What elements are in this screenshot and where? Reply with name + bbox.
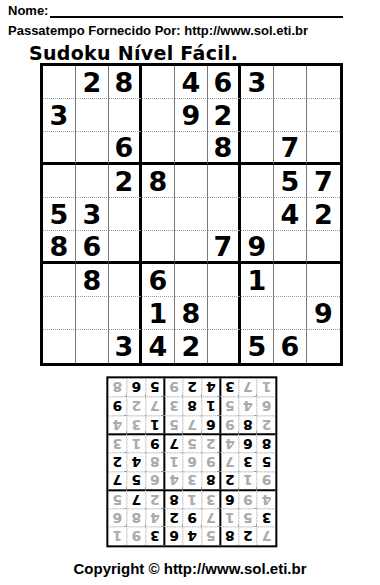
puzzle-cell-r1c7: 3 — [241, 66, 274, 99]
puzzle-cell-r1c9 — [307, 66, 340, 99]
puzzle-cell-r4c6 — [208, 165, 241, 198]
puzzle-cell-r1c1 — [43, 66, 76, 99]
puzzle-cell-r5c6 — [208, 198, 241, 231]
solution-cell-r3c1: 4 — [257, 490, 276, 509]
puzzle-cell-r2c8 — [274, 99, 307, 132]
puzzle-cell-r9c9 — [307, 330, 340, 363]
puzzle-cell-r7c3 — [109, 264, 142, 297]
puzzle-cell-r8c2 — [76, 297, 109, 330]
puzzle-cell-r9c1 — [43, 330, 76, 363]
sudoku-puzzle-grid: 2846339268728575342867986118934256 — [40, 63, 343, 366]
puzzle-cell-r7c8 — [274, 264, 307, 297]
solution-cell-r6c6: 7 — [164, 434, 183, 453]
puzzle-cell-r7c9 — [307, 264, 340, 297]
puzzle-cell-r5c3 — [109, 198, 142, 231]
solution-cell-r8c1: 6 — [257, 397, 276, 416]
solution-cell-r7c9: 4 — [108, 415, 127, 434]
puzzle-cell-r3c2 — [76, 132, 109, 165]
solution-cell-r2c2: 5 — [238, 508, 257, 527]
puzzle-cell-r7c4: 6 — [142, 264, 175, 297]
puzzle-cell-r9c5: 2 — [175, 330, 208, 363]
puzzle-cell-r4c2 — [76, 165, 109, 198]
puzzle-cell-r3c8: 7 — [274, 132, 307, 165]
puzzle-cell-r3c9 — [307, 132, 340, 165]
solution-cell-r4c4: 8 — [201, 471, 220, 490]
puzzle-cell-r6c9 — [307, 231, 340, 264]
solution-cell-r4c6: 4 — [164, 471, 183, 490]
solution-cell-r2c7: 4 — [145, 508, 164, 527]
puzzle-cell-r5c5 — [175, 198, 208, 231]
solution-cell-r1c3: 8 — [220, 527, 239, 546]
solution-cell-r8c7: 7 — [145, 397, 164, 416]
solution-cell-r2c3: 1 — [220, 508, 239, 527]
puzzle-cell-r3c4 — [142, 132, 175, 165]
solution-cell-r4c2: 1 — [238, 471, 257, 490]
solution-cell-r3c7: 2 — [145, 490, 164, 509]
puzzle-cell-r9c7: 5 — [241, 330, 274, 363]
name-blank-line — [50, 3, 343, 18]
solution-cell-r2c8: 8 — [127, 508, 146, 527]
puzzle-cell-r8c7 — [241, 297, 274, 330]
solution-cell-r9c5: 2 — [182, 378, 201, 397]
puzzle-cell-r6c8 — [274, 231, 307, 264]
puzzle-cell-r4c1 — [43, 165, 76, 198]
solution-cell-r9c3: 3 — [220, 378, 239, 397]
puzzle-cell-r9c4: 4 — [142, 330, 175, 363]
solution-cell-r7c1: 2 — [257, 415, 276, 434]
solution-cell-r4c3: 2 — [220, 471, 239, 490]
solution-cell-r4c9: 7 — [108, 471, 127, 490]
puzzle-cell-r5c1: 5 — [43, 198, 76, 231]
solution-cell-r7c5: 7 — [182, 415, 201, 434]
solution-cell-r2c4: 7 — [201, 508, 220, 527]
puzzle-cell-r2c2 — [76, 99, 109, 132]
puzzle-cell-r1c8 — [274, 66, 307, 99]
puzzle-cell-r6c3 — [109, 231, 142, 264]
solution-cell-r5c7: 8 — [145, 452, 164, 471]
puzzle-cell-r5c8: 4 — [274, 198, 307, 231]
solution-cell-r3c5: 1 — [182, 490, 201, 509]
puzzle-cell-r4c5 — [175, 165, 208, 198]
puzzle-cell-r5c4 — [142, 198, 175, 231]
solution-cell-r3c8: 7 — [127, 490, 146, 509]
puzzle-cell-r1c6: 6 — [208, 66, 241, 99]
solution-cell-r9c4: 4 — [201, 378, 220, 397]
solution-cell-r1c7: 3 — [145, 527, 164, 546]
solution-cell-r6c4: 2 — [201, 434, 220, 453]
solution-cell-r6c3: 4 — [220, 434, 239, 453]
puzzle-cell-r3c7 — [241, 132, 274, 165]
solution-cell-r5c8: 4 — [127, 452, 146, 471]
puzzle-cell-r4c3: 2 — [109, 165, 142, 198]
puzzle-cell-r4c7 — [241, 165, 274, 198]
puzzle-cell-r8c3 — [109, 297, 142, 330]
solution-cell-r5c2: 3 — [238, 452, 257, 471]
solution-cell-r8c3: 5 — [220, 397, 239, 416]
solution-cell-r8c8: 2 — [127, 397, 146, 416]
solution-cell-r6c1: 8 — [257, 434, 276, 453]
puzzle-cell-r3c3: 6 — [109, 132, 142, 165]
solution-cell-r8c4: 1 — [201, 397, 220, 416]
puzzle-cell-r4c4: 8 — [142, 165, 175, 198]
puzzle-cell-r7c5 — [175, 264, 208, 297]
puzzle-cell-r1c2: 2 — [76, 66, 109, 99]
solution-cell-r5c3: 7 — [220, 452, 239, 471]
puzzle-cell-r8c5: 8 — [175, 297, 208, 330]
puzzle-cell-r3c1 — [43, 132, 76, 165]
puzzle-cell-r9c8: 6 — [274, 330, 307, 363]
solution-cell-r9c8: 6 — [127, 378, 146, 397]
solution-cell-r5c5: 6 — [182, 452, 201, 471]
solution-cell-r4c5: 3 — [182, 471, 201, 490]
solution-cell-r8c2: 4 — [238, 397, 257, 416]
solution-cell-r8c9: 9 — [108, 397, 127, 416]
puzzle-cell-r8c6 — [208, 297, 241, 330]
solution-cell-r3c9: 5 — [108, 490, 127, 509]
puzzle-cell-r5c2: 3 — [76, 198, 109, 231]
puzzle-cell-r2c7 — [241, 99, 274, 132]
solution-cell-r3c2: 9 — [238, 490, 257, 509]
solution-cell-r6c8: 1 — [127, 434, 146, 453]
puzzle-cell-r2c5: 9 — [175, 99, 208, 132]
puzzle-cell-r1c5: 4 — [175, 66, 208, 99]
solution-cell-r3c3: 6 — [220, 490, 239, 509]
puzzle-cell-r4c8: 5 — [274, 165, 307, 198]
puzzle-cell-r4c9: 7 — [307, 165, 340, 198]
solution-cell-r9c2: 7 — [238, 378, 257, 397]
puzzle-cell-r6c5 — [175, 231, 208, 264]
puzzle-cell-r2c6: 2 — [208, 99, 241, 132]
puzzle-cell-r9c3: 3 — [109, 330, 142, 363]
solution-cell-r7c7: 1 — [145, 415, 164, 434]
puzzle-cell-r6c4 — [142, 231, 175, 264]
solution-cell-r6c5: 5 — [182, 434, 201, 453]
solution-cell-r1c5: 4 — [182, 527, 201, 546]
worksheet-page: Nome: Passatempo Fornecido Por: http://w… — [0, 0, 380, 585]
solution-cell-r4c8: 5 — [127, 471, 146, 490]
solution-cell-r9c6: 9 — [164, 378, 183, 397]
puzzle-cell-r9c2 — [76, 330, 109, 363]
puzzle-cell-r3c5 — [175, 132, 208, 165]
solution-cell-r6c9: 3 — [108, 434, 127, 453]
puzzle-cell-r9c6 — [208, 330, 241, 363]
solution-cell-r7c2: 8 — [238, 415, 257, 434]
solution-cell-r6c7: 9 — [145, 434, 164, 453]
puzzle-cell-r5c7 — [241, 198, 274, 231]
puzzle-cell-r7c2: 8 — [76, 264, 109, 297]
solution-cell-r3c6: 8 — [164, 490, 183, 509]
puzzle-cell-r8c1 — [43, 297, 76, 330]
puzzle-cell-r7c6 — [208, 264, 241, 297]
puzzle-cell-r1c3: 8 — [109, 66, 142, 99]
puzzle-cell-r7c7: 1 — [241, 264, 274, 297]
puzzle-cell-r6c6: 7 — [208, 231, 241, 264]
solution-cell-r2c6: 2 — [164, 508, 183, 527]
solution-cell-r2c5: 9 — [182, 508, 201, 527]
puzzle-cell-r8c4: 1 — [142, 297, 175, 330]
solution-cell-r7c3: 9 — [220, 415, 239, 434]
solution-cell-r7c6: 5 — [164, 415, 183, 434]
solution-cell-r1c9: 1 — [108, 527, 127, 546]
solution-cell-r1c8: 9 — [127, 527, 146, 546]
puzzle-cell-r8c8 — [274, 297, 307, 330]
solution-cell-r4c7: 6 — [145, 471, 164, 490]
puzzle-cell-r6c7: 9 — [241, 231, 274, 264]
solution-cell-r9c9: 8 — [108, 378, 127, 397]
puzzle-cell-r6c2: 6 — [76, 231, 109, 264]
name-row: Nome: — [8, 3, 343, 18]
puzzle-cell-r2c4 — [142, 99, 175, 132]
name-label: Nome: — [8, 3, 48, 18]
puzzle-cell-r1c4 — [142, 66, 175, 99]
puzzle-cell-r5c9: 2 — [307, 198, 340, 231]
solution-cell-r8c5: 8 — [182, 397, 201, 416]
solution-cell-r1c2: 2 — [238, 527, 257, 546]
solution-cell-r7c4: 6 — [201, 415, 220, 434]
puzzle-cell-r2c9 — [307, 99, 340, 132]
solution-cell-r1c4: 5 — [201, 527, 220, 546]
solution-cell-r8c6: 3 — [164, 397, 183, 416]
solution-cell-r7c8: 3 — [127, 415, 146, 434]
solution-cell-r2c9: 6 — [108, 508, 127, 527]
solution-cell-r5c1: 5 — [257, 452, 276, 471]
provider-line: Passatempo Fornecido Por: http://www.sol… — [8, 23, 308, 38]
solution-cell-r5c4: 9 — [201, 452, 220, 471]
solution-cell-r5c9: 2 — [108, 452, 127, 471]
solution-cell-r1c6: 6 — [164, 527, 183, 546]
puzzle-cell-r7c1 — [43, 264, 76, 297]
copyright-line: Copyright © http://www.sol.eti.br — [0, 560, 380, 577]
puzzle-cell-r6c1: 8 — [43, 231, 76, 264]
page-title: Sudoku Nível Fácil. — [29, 42, 238, 64]
solution-cell-r5c6: 1 — [164, 452, 183, 471]
puzzle-cell-r8c9: 9 — [307, 297, 340, 330]
solution-cell-r3c4: 3 — [201, 490, 220, 509]
solution-cell-r2c1: 3 — [257, 508, 276, 527]
solution-cell-r1c1: 7 — [257, 527, 276, 546]
solution-cell-r6c2: 6 — [238, 434, 257, 453]
solution-cell-r9c1: 1 — [257, 378, 276, 397]
puzzle-cell-r2c1: 3 — [43, 99, 76, 132]
puzzle-cell-r3c6: 8 — [208, 132, 241, 165]
sudoku-solution-grid-upside-down: 7285463913517924864963182759128346575379… — [106, 376, 277, 547]
solution-cell-r4c1: 9 — [257, 471, 276, 490]
puzzle-cell-r2c3 — [109, 99, 142, 132]
solution-cell-r9c7: 5 — [145, 378, 164, 397]
